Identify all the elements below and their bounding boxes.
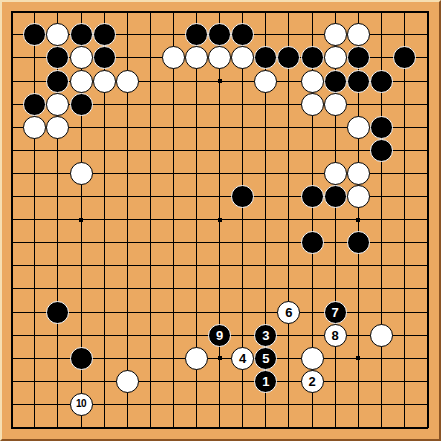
black-stone [301,185,324,208]
white-stone [46,116,69,139]
star-point [356,218,360,222]
white-stone [347,185,370,208]
black-stone [70,93,93,116]
black-stone [370,139,393,162]
white-stone [324,93,347,116]
black-stone-move-1: 1 [254,370,277,393]
white-stone [231,46,254,69]
move-number-label: 5 [262,351,269,364]
black-stone [23,23,46,46]
black-stone [370,70,393,93]
move-number-label: 10 [76,399,86,409]
black-stone-move-3: 3 [254,324,277,347]
black-stone [347,231,370,254]
black-stone [347,46,370,69]
white-stone [324,162,347,185]
white-stone-move-6: 6 [277,301,300,324]
grid-line-horizontal [11,427,429,429]
black-stone [23,93,46,116]
black-stone [393,46,416,69]
black-stone [301,46,324,69]
white-stone [347,23,370,46]
white-stone [93,70,116,93]
black-stone [254,46,277,69]
black-stone [347,70,370,93]
white-stone [208,46,231,69]
star-point [218,218,222,222]
black-stone-move-5: 5 [254,347,277,370]
white-stone [70,162,93,185]
white-stone-move-8: 8 [324,324,347,347]
grid-line-vertical [404,11,405,429]
black-stone [231,185,254,208]
white-stone [70,70,93,93]
white-stone-move-10: 10 [70,393,93,416]
move-number-label: 6 [285,305,292,318]
move-number-label: 4 [239,351,246,364]
black-stone [93,46,116,69]
grid-line-horizontal [11,265,429,266]
grid-line-horizontal [11,288,429,289]
white-stone [162,46,185,69]
black-stone [46,46,69,69]
move-number-label: 3 [262,328,269,341]
white-stone [254,70,277,93]
black-stone [324,185,347,208]
white-stone [46,93,69,116]
black-stone [70,347,93,370]
black-stone [70,23,93,46]
star-point [79,218,83,222]
go-board[interactable]: 67938451210 [0,0,441,441]
black-stone [277,46,300,69]
white-stone-move-4: 4 [231,347,254,370]
black-stone-move-9: 9 [208,324,231,347]
white-stone [185,347,208,370]
white-stone [324,46,347,69]
black-stone [46,301,69,324]
white-stone [347,162,370,185]
white-stone [370,324,393,347]
white-stone [46,23,69,46]
move-number-label: 8 [331,328,338,341]
white-stone [347,116,370,139]
black-stone [185,23,208,46]
black-stone [370,116,393,139]
white-stone [23,116,46,139]
star-point [218,356,222,360]
move-number-label: 9 [216,328,223,341]
white-stone [301,70,324,93]
black-stone [301,231,324,254]
white-stone [301,347,324,370]
star-point [356,356,360,360]
black-stone [46,70,69,93]
white-stone-move-2: 2 [301,370,324,393]
white-stone [70,46,93,69]
black-stone [93,23,116,46]
grid-line-vertical [288,11,289,429]
white-stone [185,46,208,69]
black-stone [231,23,254,46]
grid-line-vertical [427,11,429,429]
black-stone [208,23,231,46]
move-number-label: 2 [308,374,315,387]
move-number-label: 7 [331,305,338,318]
white-stone [116,70,139,93]
move-number-label: 1 [262,374,269,387]
black-stone [324,70,347,93]
white-stone [301,93,324,116]
star-point [218,79,222,83]
grid-line-horizontal [11,381,429,382]
black-stone-move-7: 7 [324,301,347,324]
grid-line-horizontal [11,312,429,313]
white-stone [324,23,347,46]
white-stone [116,370,139,393]
